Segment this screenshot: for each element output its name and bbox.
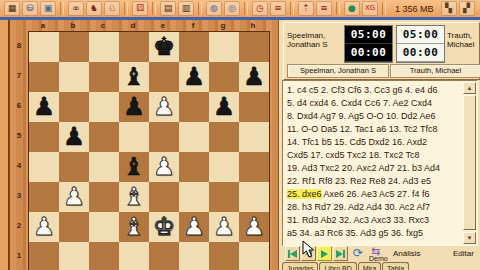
square-h4[interactable] [239, 152, 269, 182]
move-line-7[interactable]: 19. Ad3 Txc2 20. Axc2 Ad7 21. b3 Ad4 [287, 162, 463, 175]
fritz-window: ▦⛁▣∞♞♘⚄▤▥◍◎◷≡⇡≡●XG 1 356 MB ▚▞ abcdefgh … [0, 0, 480, 270]
black-name-bar: Speelman, Jonathan S [287, 64, 389, 78]
piece-black-pawn[interactable]: ♟ [63, 122, 85, 152]
main-toolbar: ▦⛁▣∞♞♘⚄▤▥◍◎◷≡⇡≡●XG 1 356 MB ▚▞ [0, 0, 480, 17]
piece-white-bishop[interactable]: ♝ [123, 182, 145, 212]
move-list-scrollbar[interactable]: ▲ ▼ [463, 82, 476, 244]
rank-labels: 87654321 [10, 31, 28, 270]
forward-button[interactable] [317, 246, 332, 261]
scroll-up-button[interactable]: ▲ [463, 82, 476, 94]
lines-red-icon[interactable]: ≡ [270, 1, 286, 16]
square-f3[interactable] [179, 182, 209, 212]
piece-white-pawn[interactable]: ♟ [33, 212, 55, 242]
globe-blue2-icon[interactable]: ◎ [224, 1, 240, 16]
analysis-button[interactable]: Análisis [393, 249, 421, 258]
piece-black-pawn[interactable]: ♟ [213, 92, 235, 122]
piece-white-bishop[interactable]: ♝ [123, 212, 145, 242]
square-b1[interactable] [59, 242, 89, 270]
rank-label-7: 7 [10, 61, 28, 91]
square-h3[interactable] [239, 182, 269, 212]
square-e5[interactable] [149, 122, 179, 152]
rank-label-3: 3 [10, 181, 28, 211]
square-e6[interactable]: ♟ [149, 92, 179, 122]
notation-text[interactable]: 1. c4 c5 2. Cf3 Cf6 3. Cc3 g6 4. e4 d65.… [287, 84, 463, 240]
notation-window: Speelman, Jonathan S 05:00 00:00 05:00 0… [278, 20, 480, 270]
move-line-4[interactable]: 11. O-O Da5 12. Tac1 a6 13. Tc2 Tfc8 [287, 123, 463, 136]
move-line-9[interactable]: 25. dxe6 Axe6 26. Ae3 Ac5 27. f4 f6 [287, 188, 463, 201]
toolbar-separator [244, 2, 248, 15]
square-e8[interactable]: ♚ [149, 32, 179, 62]
square-g7[interactable] [209, 62, 239, 92]
square-b3[interactable]: ♟ [59, 182, 89, 212]
refresh-icon[interactable]: ⟳ [353, 246, 363, 260]
window-buttons: ▚▞ [440, 1, 476, 16]
piece-black-pawn[interactable]: ♟ [243, 62, 265, 92]
piece-white-pawn[interactable]: ♟ [243, 212, 265, 242]
square-h7[interactable]: ♟ [239, 62, 269, 92]
square-c5[interactable] [89, 122, 119, 152]
toolbar-separator [60, 2, 64, 15]
tab-libro-bd[interactable]: Libro BD [319, 262, 356, 270]
piece-black-bishop[interactable]: ♝ [123, 62, 145, 92]
square-a1[interactable] [29, 242, 59, 270]
square-h6[interactable] [239, 92, 269, 122]
piece-white-pawn[interactable]: ♟ [153, 92, 175, 122]
move-line-6[interactable]: Cxd5 17. cxd5 Txc2 18. Txc2 Tc8 [287, 149, 463, 162]
chess-board[interactable]: ♚♝♟♟♟♟♟♟♟♝♟♟♝♟♝♚♟♟♟ [28, 31, 270, 270]
engine-glasses-icon[interactable]: ∞ [68, 1, 84, 16]
vhs-tape-icon[interactable]: ▥ [178, 1, 194, 16]
white-player-name: Trauth, Michael [447, 31, 479, 49]
square-h5[interactable] [239, 122, 269, 152]
piece-white-pawn[interactable]: ♟ [183, 212, 205, 242]
square-a5[interactable] [29, 122, 59, 152]
square-d8[interactable] [119, 32, 149, 62]
white-name-bar: Trauth, Michael [390, 64, 480, 78]
square-d5[interactable] [119, 122, 149, 152]
piece-black-bishop[interactable]: ♝ [123, 152, 145, 182]
piece-white-pawn[interactable]: ♟ [153, 152, 175, 182]
edit-button[interactable]: Editar [453, 249, 474, 258]
mouse-cursor [302, 240, 318, 258]
square-c8[interactable] [89, 32, 119, 62]
knight-light-icon[interactable]: ♘ [104, 1, 120, 16]
square-e1[interactable] [149, 242, 179, 270]
square-c2[interactable] [89, 212, 119, 242]
rank-label-6: 6 [10, 91, 28, 121]
tab-jugadas[interactable]: Jugadas [282, 262, 318, 270]
knight-red-icon[interactable]: ♞ [86, 1, 102, 16]
square-d6[interactable]: ♟ [119, 92, 149, 122]
clock-red-icon[interactable]: ◷ [252, 1, 268, 16]
toolbar-separator [152, 2, 156, 15]
piece-white-pawn[interactable]: ♟ [63, 182, 85, 212]
move-line-11[interactable]: 31. Rd3 Ab2 32. Ac3 Axc3 33. Rxc3 [287, 214, 463, 227]
memory-label: 1 356 MB [395, 4, 434, 14]
square-f7[interactable]: ♟ [179, 62, 209, 92]
square-e4[interactable]: ♟ [149, 152, 179, 182]
move-line-1[interactable]: 1. c4 c5 2. Cf3 Cf6 3. Cc3 g6 4. e4 d6 [287, 84, 463, 97]
square-c6[interactable] [89, 92, 119, 122]
lines-red2-icon[interactable]: ≡ [316, 1, 332, 16]
globe-blue-icon[interactable]: ◍ [206, 1, 222, 16]
file-label-d: d [118, 20, 148, 31]
square-f1[interactable] [179, 242, 209, 270]
file-label-c: c [88, 20, 118, 31]
file-label-e: e [148, 20, 178, 31]
square-h1[interactable] [239, 242, 269, 270]
rank-label-2: 2 [10, 211, 28, 241]
white-clock: 05:00 00:00 [396, 25, 445, 63]
square-f8[interactable] [179, 32, 209, 62]
square-b8[interactable] [59, 32, 89, 62]
square-a4[interactable] [29, 152, 59, 182]
move-line-8[interactable]: 22. Rf1 Rf8 23. Re2 Re8 24. Ad3 e5 [287, 175, 463, 188]
square-b6[interactable] [59, 92, 89, 122]
square-b4[interactable] [59, 152, 89, 182]
file-label-b: b [58, 20, 88, 31]
piece-black-pawn[interactable]: ♟ [123, 92, 145, 122]
square-g5[interactable] [209, 122, 239, 152]
square-a8[interactable] [29, 32, 59, 62]
move-list[interactable]: 1. c4 c5 2. Cf3 Cf6 3. Cc3 g6 4. e4 d65.… [282, 80, 478, 246]
square-d1[interactable] [119, 242, 149, 270]
square-g1[interactable] [209, 242, 239, 270]
goto-end-button[interactable] [333, 246, 348, 261]
black-clock-secondary: 00:00 [345, 44, 392, 62]
piece-white-pawn[interactable]: ♟ [213, 212, 235, 242]
rank-label-4: 4 [10, 151, 28, 181]
square-b2[interactable] [59, 212, 89, 242]
square-d7[interactable]: ♝ [119, 62, 149, 92]
square-c7[interactable] [89, 62, 119, 92]
white-clock-main: 05:00 [397, 26, 444, 44]
board-frame-edge [0, 20, 8, 270]
square-d3[interactable]: ♝ [119, 182, 149, 212]
mini-board-icon[interactable]: ▤ [160, 1, 176, 16]
demo-label: Demo [369, 255, 388, 262]
file-label-f: f [178, 20, 208, 31]
xg-logo-icon[interactable]: XG [362, 1, 378, 16]
file-label-g: g [208, 20, 238, 31]
tab-mira[interactable]: Mira [358, 262, 382, 270]
monitor-icon[interactable]: ▣ [40, 1, 56, 16]
move-line-10[interactable]: 28. h3 Rd7 29. Ad2 Ad4 30. Ac2 Af7 [287, 201, 463, 214]
square-a7[interactable] [29, 62, 59, 92]
square-f4[interactable] [179, 152, 209, 182]
square-e7[interactable] [149, 62, 179, 92]
tile-windows-icon[interactable]: ▞ [459, 1, 475, 16]
scroll-thumb[interactable] [463, 95, 476, 230]
scroll-down-button[interactable]: ▼ [463, 232, 476, 244]
square-d4[interactable]: ♝ [119, 152, 149, 182]
square-f5[interactable] [179, 122, 209, 152]
white-clock-secondary: 00:00 [397, 44, 444, 62]
toolbar-separator [290, 2, 294, 15]
square-c1[interactable] [89, 242, 119, 270]
move-line-2[interactable]: 5. d4 cxd4 6. Cxd4 Cc6 7. Ae2 Cxd4 [287, 97, 463, 110]
toolbar-separator [336, 2, 340, 15]
move-line-3[interactable]: 8. Dxd4 Ag7 9. Ag5 O-O 10. Dd2 Ae6 [287, 110, 463, 123]
piece-black-pawn[interactable]: ♟ [33, 92, 55, 122]
piece-black-king[interactable]: ♚ [153, 32, 175, 62]
square-e3[interactable] [149, 182, 179, 212]
move-line-12[interactable]: a5 34. a3 Rc6 35. Ad3 g5 36. fxg5 [287, 227, 463, 240]
square-h2[interactable]: ♟ [239, 212, 269, 242]
layout-icon[interactable]: ▚ [441, 1, 457, 16]
square-c4[interactable] [89, 152, 119, 182]
black-clock: 05:00 00:00 [344, 25, 393, 63]
rank-label-8: 8 [10, 31, 28, 61]
square-a6[interactable]: ♟ [29, 92, 59, 122]
upload-red-icon[interactable]: ⇡ [298, 1, 314, 16]
file-label-a: a [28, 20, 58, 31]
panel-tabs: JugadasLibro BDMiraTabla [282, 262, 409, 270]
square-g3[interactable] [209, 182, 239, 212]
square-f6[interactable] [179, 92, 209, 122]
goto-start-button[interactable] [285, 246, 300, 261]
tab-tabla[interactable]: Tabla [382, 262, 409, 270]
square-f2[interactable]: ♟ [179, 212, 209, 242]
square-g8[interactable] [209, 32, 239, 62]
square-c3[interactable] [89, 182, 119, 212]
current-move[interactable]: 25. dxe6 [287, 189, 322, 199]
database-icon[interactable]: ⛁ [22, 1, 38, 16]
square-b7[interactable] [59, 62, 89, 92]
file-labels: abcdefgh [28, 20, 268, 31]
piece-black-pawn[interactable]: ♟ [183, 62, 205, 92]
square-g4[interactable] [209, 152, 239, 182]
clock-panel: Speelman, Jonathan S 05:00 00:00 05:00 0… [283, 22, 480, 80]
toolbar-separator [198, 2, 202, 15]
black-clock-main: 05:00 [345, 26, 392, 44]
board-window: abcdefgh 87654321 ♚♝♟♟♟♟♟♟♟♝♟♟♝♟♝♚♟♟♟ [0, 20, 278, 270]
toolbar-separator [124, 2, 128, 15]
square-g2[interactable]: ♟ [209, 212, 239, 242]
square-e2[interactable]: ♚ [149, 212, 179, 242]
dice-icon[interactable]: ⚄ [132, 1, 148, 16]
square-b5[interactable]: ♟ [59, 122, 89, 152]
black-player-name: Speelman, Jonathan S [287, 31, 343, 49]
world-green-icon[interactable]: ● [344, 1, 360, 16]
chessboard-icon[interactable]: ▦ [4, 1, 20, 16]
rank-label-1: 1 [10, 241, 28, 270]
piece-white-king[interactable]: ♚ [153, 212, 175, 242]
square-h8[interactable] [239, 32, 269, 62]
square-d2[interactable]: ♝ [119, 212, 149, 242]
square-g6[interactable]: ♟ [209, 92, 239, 122]
toolbar-icons: ▦⛁▣∞♞♘⚄▤▥◍◎◷≡⇡≡●XG [3, 1, 389, 16]
toolbar-separator [382, 2, 386, 15]
move-line-5[interactable]: 14. Tfc1 b5 15. Cd5 Dxd2 16. Axd2 [287, 136, 463, 149]
square-a2[interactable]: ♟ [29, 212, 59, 242]
square-a3[interactable] [29, 182, 59, 212]
rank-label-5: 5 [10, 121, 28, 151]
file-label-h: h [238, 20, 268, 31]
